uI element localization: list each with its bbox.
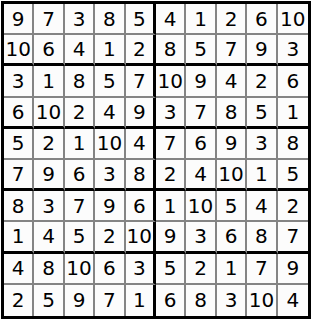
sudoku-cell-r9c10[interactable]: 9	[278, 254, 308, 285]
sudoku-cell-r4c8[interactable]: 8	[217, 98, 247, 129]
sudoku-cell-r3c5[interactable]: 7	[126, 66, 156, 97]
sudoku-cell-r8c2[interactable]: 4	[34, 222, 64, 253]
sudoku-cell-r7c2[interactable]: 3	[34, 191, 64, 222]
sudoku-cell-r2c5[interactable]: 2	[126, 35, 156, 66]
sudoku-cell-r1c6[interactable]: 4	[156, 4, 186, 35]
sudoku-cell-r1c5[interactable]: 5	[126, 4, 156, 35]
sudoku-cell-r9c7[interactable]: 2	[186, 254, 216, 285]
sudoku-cell-r8c6[interactable]: 9	[156, 222, 186, 253]
sudoku-cell-r3c4[interactable]: 5	[95, 66, 125, 97]
sudoku-cell-r4c9[interactable]: 5	[247, 98, 277, 129]
sudoku-cell-r6c5[interactable]: 8	[126, 160, 156, 191]
sudoku-cell-r4c10[interactable]: 1	[278, 98, 308, 129]
sudoku-cell-r6c3[interactable]: 6	[65, 160, 95, 191]
sudoku-cell-r5c2[interactable]: 2	[34, 129, 64, 160]
sudoku-cell-r6c10[interactable]: 5	[278, 160, 308, 191]
sudoku-cell-r2c7[interactable]: 5	[186, 35, 216, 66]
sudoku-cell-r6c4[interactable]: 3	[95, 160, 125, 191]
sudoku-cell-r5c10[interactable]: 8	[278, 129, 308, 160]
sudoku-cell-r1c1[interactable]: 9	[4, 4, 34, 35]
sudoku-cell-r7c7[interactable]: 10	[186, 191, 216, 222]
sudoku-cell-r5c4[interactable]: 10	[95, 129, 125, 160]
sudoku-cell-r4c1[interactable]: 6	[4, 98, 34, 129]
sudoku-cell-r2c1[interactable]: 10	[4, 35, 34, 66]
sudoku-cell-r1c7[interactable]: 1	[186, 4, 216, 35]
sudoku-cell-r10c8[interactable]: 3	[217, 285, 247, 316]
sudoku-cell-r4c7[interactable]: 7	[186, 98, 216, 129]
sudoku-cell-r9c3[interactable]: 10	[65, 254, 95, 285]
sudoku-cell-r10c5[interactable]: 1	[126, 285, 156, 316]
sudoku-cell-r10c2[interactable]: 5	[34, 285, 64, 316]
sudoku-cell-r10c3[interactable]: 9	[65, 285, 95, 316]
sudoku-cell-r2c8[interactable]: 7	[217, 35, 247, 66]
sudoku-cell-r3c6[interactable]: 10	[156, 66, 186, 97]
sudoku-cell-r5c5[interactable]: 4	[126, 129, 156, 160]
sudoku-cell-r3c7[interactable]: 9	[186, 66, 216, 97]
sudoku-cell-r3c2[interactable]: 1	[34, 66, 64, 97]
sudoku-cell-r9c9[interactable]: 7	[247, 254, 277, 285]
sudoku-cell-r2c3[interactable]: 4	[65, 35, 95, 66]
sudoku-cell-r3c9[interactable]: 2	[247, 66, 277, 97]
sudoku-cell-r8c1[interactable]: 1	[4, 222, 34, 253]
sudoku-cell-r1c10[interactable]: 10	[278, 4, 308, 35]
sudoku-cell-r7c10[interactable]: 2	[278, 191, 308, 222]
sudoku-cell-r1c9[interactable]: 6	[247, 4, 277, 35]
sudoku-cell-r5c3[interactable]: 1	[65, 129, 95, 160]
sudoku-cell-r9c8[interactable]: 1	[217, 254, 247, 285]
sudoku-cell-r6c1[interactable]: 7	[4, 160, 34, 191]
sudoku-cell-r9c2[interactable]: 8	[34, 254, 64, 285]
sudoku-cell-r4c6[interactable]: 3	[156, 98, 186, 129]
sudoku-cell-r2c4[interactable]: 1	[95, 35, 125, 66]
sudoku-cell-r5c1[interactable]: 5	[4, 129, 34, 160]
sudoku-cell-r1c2[interactable]: 7	[34, 4, 64, 35]
sudoku-cell-r7c8[interactable]: 5	[217, 191, 247, 222]
sudoku-cell-r10c6[interactable]: 6	[156, 285, 186, 316]
sudoku-cell-r7c9[interactable]: 4	[247, 191, 277, 222]
sudoku-cell-r3c1[interactable]: 3	[4, 66, 34, 97]
sudoku-cell-r7c6[interactable]: 1	[156, 191, 186, 222]
sudoku-cell-r9c5[interactable]: 3	[126, 254, 156, 285]
sudoku-cell-r10c10[interactable]: 4	[278, 285, 308, 316]
sudoku-cell-r2c9[interactable]: 9	[247, 35, 277, 66]
sudoku-cell-r6c9[interactable]: 1	[247, 160, 277, 191]
sudoku-cell-r1c3[interactable]: 3	[65, 4, 95, 35]
sudoku-cell-r8c8[interactable]: 6	[217, 222, 247, 253]
sudoku-board: 9738541261010641285793318571094266102493…	[1, 1, 311, 319]
sudoku-cell-r2c2[interactable]: 6	[34, 35, 64, 66]
sudoku-cell-r5c9[interactable]: 3	[247, 129, 277, 160]
sudoku-cell-r5c8[interactable]: 9	[217, 129, 247, 160]
sudoku-cell-r2c6[interactable]: 8	[156, 35, 186, 66]
sudoku-cell-r10c1[interactable]: 2	[4, 285, 34, 316]
sudoku-cell-r5c7[interactable]: 6	[186, 129, 216, 160]
sudoku-cell-r4c4[interactable]: 4	[95, 98, 125, 129]
sudoku-cell-r7c1[interactable]: 8	[4, 191, 34, 222]
sudoku-cell-r10c4[interactable]: 7	[95, 285, 125, 316]
sudoku-cell-r8c4[interactable]: 2	[95, 222, 125, 253]
sudoku-cell-r6c7[interactable]: 4	[186, 160, 216, 191]
sudoku-cell-r1c4[interactable]: 8	[95, 4, 125, 35]
sudoku-cell-r1c8[interactable]: 2	[217, 4, 247, 35]
sudoku-cell-r9c6[interactable]: 5	[156, 254, 186, 285]
sudoku-cell-r4c5[interactable]: 9	[126, 98, 156, 129]
sudoku-cell-r5c6[interactable]: 7	[156, 129, 186, 160]
sudoku-cell-r8c3[interactable]: 5	[65, 222, 95, 253]
sudoku-cell-r7c5[interactable]: 6	[126, 191, 156, 222]
sudoku-cell-r3c10[interactable]: 6	[278, 66, 308, 97]
sudoku-cell-r8c9[interactable]: 8	[247, 222, 277, 253]
sudoku-cell-r3c8[interactable]: 4	[217, 66, 247, 97]
sudoku-cell-r10c9[interactable]: 10	[247, 285, 277, 316]
sudoku-cell-r6c2[interactable]: 9	[34, 160, 64, 191]
sudoku-cell-r2c10[interactable]: 3	[278, 35, 308, 66]
sudoku-cell-r9c4[interactable]: 6	[95, 254, 125, 285]
sudoku-cell-r6c6[interactable]: 2	[156, 160, 186, 191]
sudoku-cell-r8c7[interactable]: 3	[186, 222, 216, 253]
sudoku-cell-r6c8[interactable]: 10	[217, 160, 247, 191]
sudoku-cell-r4c2[interactable]: 10	[34, 98, 64, 129]
sudoku-cell-r8c10[interactable]: 7	[278, 222, 308, 253]
sudoku-cell-r9c1[interactable]: 4	[4, 254, 34, 285]
sudoku-cell-r7c4[interactable]: 9	[95, 191, 125, 222]
sudoku-cell-r4c3[interactable]: 2	[65, 98, 95, 129]
sudoku-cell-r7c3[interactable]: 7	[65, 191, 95, 222]
sudoku-cell-r3c3[interactable]: 8	[65, 66, 95, 97]
sudoku-cell-r8c5[interactable]: 10	[126, 222, 156, 253]
sudoku-cell-r10c7[interactable]: 8	[186, 285, 216, 316]
